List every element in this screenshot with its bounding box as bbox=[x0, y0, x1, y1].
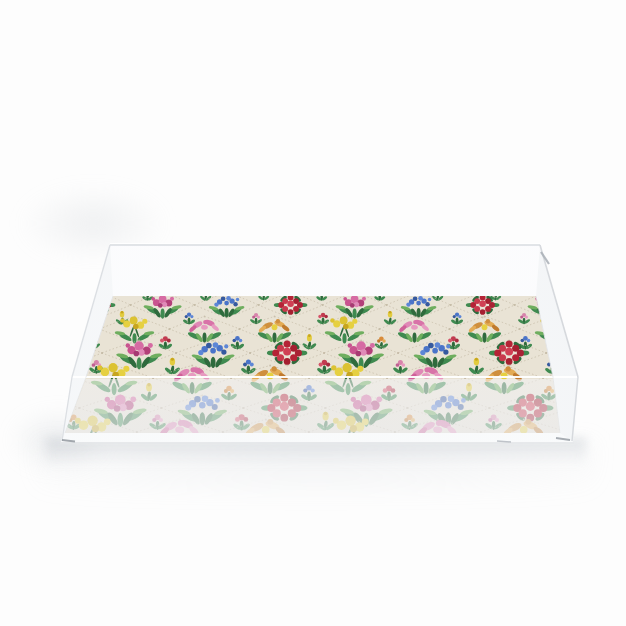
floral-motif-sprigpink bbox=[517, 313, 530, 324]
floral-motif-tulipyellow bbox=[302, 334, 317, 350]
product-photo-scene bbox=[0, 0, 626, 626]
floral-motif-sprigblue bbox=[450, 313, 463, 325]
floral-motif-sprigpink bbox=[249, 313, 262, 324]
floral-motif-rose bbox=[335, 295, 374, 318]
floral-motif-tulipyellow bbox=[468, 358, 485, 375]
floral-motif-posyred bbox=[316, 313, 329, 325]
floral-motif-bluebell bbox=[400, 296, 436, 318]
floral-motif-posyred bbox=[48, 313, 61, 325]
floral-motif-sprigblue bbox=[240, 360, 256, 375]
floral-motif-posyred bbox=[584, 313, 585, 325]
floral-motif-lilyorange bbox=[467, 319, 502, 343]
tray-front-rim-highlight bbox=[72, 376, 578, 379]
floral-motif-redcluster bbox=[274, 295, 308, 316]
floral-motif-posyred bbox=[158, 336, 173, 349]
floral-motif-bluebell bbox=[191, 342, 235, 368]
floral-motif-sprigblue bbox=[84, 290, 96, 301]
floral-motif-lilyorange bbox=[257, 319, 292, 343]
floral-motif-sprigorange bbox=[374, 336, 389, 349]
floral-motif-sprigblue bbox=[230, 336, 245, 350]
floral-motif-tulipyellow bbox=[383, 311, 397, 325]
floral-motif-bluebell bbox=[208, 296, 244, 318]
floral-motif-lilyorange bbox=[40, 366, 57, 394]
tray-front-wall-glass bbox=[60, 379, 566, 434]
floral-motif-lilyorange bbox=[47, 319, 82, 343]
floral-motif-redcluster bbox=[267, 340, 307, 365]
floral-motif-daffodil bbox=[324, 316, 364, 343]
floral-motif-redcluster bbox=[489, 340, 529, 365]
floral-motif-daffodil bbox=[114, 316, 154, 343]
floral-motif-tulipyellow bbox=[164, 358, 181, 375]
floral-motif-lilypink bbox=[397, 319, 432, 343]
floral-motif-bluebell bbox=[40, 296, 53, 318]
